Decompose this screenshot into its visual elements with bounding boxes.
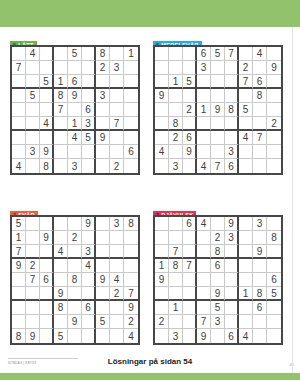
sudoku-cell: 6 — [211, 259, 225, 273]
sudoku-cell — [267, 145, 281, 159]
sudoku-cell: 3 — [82, 245, 96, 259]
sudoku-cell: 2 — [239, 61, 253, 75]
sudoku-cell — [12, 287, 26, 301]
sudoku-cell: 7 — [26, 273, 40, 287]
sudoku-cell: 7 — [12, 61, 26, 75]
sudoku-cell — [68, 245, 82, 259]
sudoku-cell: 2 — [211, 231, 225, 245]
sudoku-puzzle-svar: 7SVÅR 5938192743924768949278699528954 — [10, 203, 142, 221]
sudoku-cell: 9 — [211, 103, 225, 117]
sudoku-cell — [267, 245, 281, 259]
sudoku-cell: 6 — [253, 75, 267, 89]
sudoku-cell: 3 — [253, 217, 267, 231]
sudoku-cell: 4 — [239, 329, 253, 343]
sudoku-cell — [155, 159, 169, 173]
sudoku-cell — [239, 245, 253, 259]
sudoku-cell: 6 — [197, 47, 211, 61]
sudoku-cell — [82, 47, 96, 61]
sudoku-cell — [183, 61, 197, 75]
sudoku-cell: 5 — [211, 47, 225, 61]
sudoku-cell: 1 — [169, 75, 183, 89]
sudoku-cell: 6 — [253, 301, 267, 315]
sudoku-cell: 7 — [169, 245, 183, 259]
sudoku-cell: 8 — [253, 89, 267, 103]
sudoku-cell — [183, 47, 197, 61]
sudoku-cell — [239, 159, 253, 173]
sudoku-cell: 7 — [197, 315, 211, 329]
sudoku-cell — [169, 47, 183, 61]
sudoku-cell — [40, 131, 54, 145]
sudoku-cell — [40, 287, 54, 301]
sudoku-cell: 6 — [183, 217, 197, 231]
sudoku-cell — [124, 89, 138, 103]
sudoku-cell — [183, 117, 197, 131]
sudoku-cell — [253, 103, 267, 117]
sudoku-cell: 6 — [183, 131, 197, 145]
sudoku-cell — [68, 329, 82, 343]
sudoku-cell — [183, 329, 197, 343]
sudoku-cell — [124, 231, 138, 245]
sudoku-cell — [54, 315, 68, 329]
sudoku-cell — [26, 103, 40, 117]
sudoku-cell — [96, 301, 110, 315]
sudoku-cell: 9 — [253, 245, 267, 259]
sudoku-cell — [169, 61, 183, 75]
sudoku-cell — [124, 61, 138, 75]
sudoku-cell — [197, 75, 211, 89]
sudoku-cell — [267, 217, 281, 231]
magazine-sudoku-page: { "game": "sudoku", "position": { "latt"… — [0, 0, 300, 380]
sudoku-cell — [183, 231, 197, 245]
sudoku-cell — [197, 131, 211, 145]
sudoku-cell: 8 — [253, 287, 267, 301]
sudoku-cell — [169, 103, 183, 117]
sudoku-cell — [211, 61, 225, 75]
sudoku-cell: 4 — [253, 47, 267, 61]
sudoku-cell: 2 — [124, 315, 138, 329]
sudoku-cell — [225, 301, 239, 315]
sudoku-cell — [12, 75, 26, 89]
sudoku-cell — [12, 117, 26, 131]
sudoku-cell — [197, 231, 211, 245]
sudoku-cell — [183, 159, 197, 173]
sudoku-cell: 9 — [68, 315, 82, 329]
sudoku-cell: 5 — [82, 131, 96, 145]
sudoku-cell — [110, 89, 124, 103]
sudoku-cell: 2 — [155, 315, 169, 329]
sudoku-cell — [12, 103, 26, 117]
top-color-band — [0, 0, 300, 27]
sudoku-cell — [12, 89, 26, 103]
sudoku-cell — [267, 131, 281, 145]
sudoku-cell — [82, 89, 96, 103]
sudoku-cell — [40, 89, 54, 103]
sudoku-cell: 2 — [26, 259, 40, 273]
sudoku-cell: 9 — [155, 89, 169, 103]
sudoku-cell: 5 — [239, 103, 253, 117]
sudoku-cell — [110, 231, 124, 245]
sudoku-cell — [267, 301, 281, 315]
sudoku-cell — [12, 301, 26, 315]
sudoku-cell — [225, 315, 239, 329]
sudoku-cell: 9 — [183, 145, 197, 159]
sudoku-cell — [225, 245, 239, 259]
sudoku-cell: 8 — [54, 301, 68, 315]
sudoku-cell — [155, 217, 169, 231]
sudoku-cell — [82, 287, 96, 301]
sudoku-cell: 9 — [155, 273, 169, 287]
sudoku-cell — [40, 103, 54, 117]
sudoku-cell: 3 — [110, 61, 124, 75]
sudoku-cell — [155, 231, 169, 245]
sudoku-cell — [40, 329, 54, 343]
sudoku-cell: 7 — [239, 75, 253, 89]
sudoku-cell: 8 — [96, 47, 110, 61]
sudoku-cell — [225, 117, 239, 131]
sudoku-cell: 5 — [211, 301, 225, 315]
sudoku-cell: 6 — [82, 301, 96, 315]
sudoku-cell: 5 — [183, 75, 197, 89]
sudoku-cell — [225, 131, 239, 145]
sudoku-cell: 3 — [82, 117, 96, 131]
sudoku-cell — [40, 301, 54, 315]
sudoku-cell — [82, 61, 96, 75]
sudoku-cell: 4 — [40, 117, 54, 131]
sudoku-cell — [124, 273, 138, 287]
sudoku-cell: 4 — [197, 217, 211, 231]
sudoku-cell — [197, 117, 211, 131]
sudoku-cell — [211, 145, 225, 159]
sudoku-cell — [197, 145, 211, 159]
sudoku-cell — [12, 315, 26, 329]
sudoku-cell — [110, 103, 124, 117]
sudoku-cell — [197, 259, 211, 273]
sudoku-cell — [54, 131, 68, 145]
sudoku-cell — [26, 315, 40, 329]
sudoku-cell: 4 — [26, 47, 40, 61]
sudoku-cell — [253, 117, 267, 131]
sudoku-cell: 2 — [110, 287, 124, 301]
sudoku-cell — [253, 329, 267, 343]
sudoku-cell: 5 — [96, 315, 110, 329]
sudoku-cell — [12, 145, 26, 159]
sudoku-cell — [96, 217, 110, 231]
sudoku-cell — [82, 159, 96, 173]
sudoku-cell — [110, 329, 124, 343]
sudoku-cell — [110, 259, 124, 273]
sudoku-cell: 1 — [124, 47, 138, 61]
sudoku-cell: 6 — [225, 329, 239, 343]
sudoku-cell — [26, 117, 40, 131]
page-edge-line — [292, 27, 293, 374]
sudoku-cell — [54, 47, 68, 61]
sudoku-cell — [96, 329, 110, 343]
sudoku-cell: 4 — [239, 131, 253, 145]
sudoku-cell: 8 — [40, 159, 54, 173]
sudoku-cell — [155, 301, 169, 315]
sudoku-cell — [26, 75, 40, 89]
sudoku-cell — [54, 273, 68, 287]
sudoku-grid-latt: 458172351658937641374593964832 — [10, 45, 140, 175]
sudoku-cell: 8 — [225, 103, 239, 117]
sudoku-cell: 5 — [12, 217, 26, 231]
sudoku-cell: 5 — [26, 89, 40, 103]
sudoku-cell — [110, 315, 124, 329]
sudoku-cell — [267, 159, 281, 173]
sudoku-cell: 9 — [225, 217, 239, 231]
sudoku-cell — [169, 231, 183, 245]
sudoku-cell: 3 — [96, 89, 110, 103]
sudoku-cell — [239, 89, 253, 103]
sudoku-cell — [155, 117, 169, 131]
sudoku-cell — [253, 315, 267, 329]
sudoku-cell — [183, 245, 197, 259]
sudoku-cell — [96, 117, 110, 131]
sudoku-cell: 4 — [12, 159, 26, 173]
sudoku-cell: 7 — [183, 259, 197, 273]
sudoku-cell — [26, 301, 40, 315]
sudoku-cell: 2 — [183, 103, 197, 117]
sudoku-cell: 4 — [110, 273, 124, 287]
sudoku-cell — [225, 61, 239, 75]
sudoku-cell: 8 — [12, 329, 26, 343]
sudoku-cell — [225, 287, 239, 301]
sudoku-cell — [253, 145, 267, 159]
sudoku-cell: 9 — [26, 329, 40, 343]
sudoku-cell — [253, 259, 267, 273]
sudoku-cell — [26, 231, 40, 245]
sudoku-cell: 9 — [68, 89, 82, 103]
sudoku-cell — [211, 75, 225, 89]
sudoku-cell — [110, 131, 124, 145]
sudoku-cell: 8 — [54, 89, 68, 103]
sudoku-cell — [155, 103, 169, 117]
sudoku-cell — [110, 301, 124, 315]
sudoku-cell — [239, 259, 253, 273]
sudoku-cell — [169, 217, 183, 231]
sudoku-cell: 5 — [68, 47, 82, 61]
sudoku-cell — [96, 259, 110, 273]
sudoku-cell: 4 — [54, 245, 68, 259]
sudoku-cell — [267, 47, 281, 61]
sudoku-cell: 7 — [54, 103, 68, 117]
sudoku-cell — [155, 329, 169, 343]
sudoku-cell — [239, 231, 253, 245]
sudoku-cell: 8 — [169, 259, 183, 273]
sudoku-cell: 6 — [267, 273, 281, 287]
sudoku-cell — [183, 301, 197, 315]
sudoku-cell — [239, 273, 253, 287]
sudoku-cell — [54, 231, 68, 245]
sudoku-grid-svar: 5938192743924768949278699528954 — [10, 215, 140, 345]
sudoku-cell — [253, 231, 267, 245]
sudoku-cell — [110, 75, 124, 89]
sudoku-cell — [96, 159, 110, 173]
sudoku-cell — [197, 245, 211, 259]
sudoku-cell — [155, 245, 169, 259]
sudoku-cell: 4 — [68, 131, 82, 145]
sudoku-cell — [211, 131, 225, 145]
sudoku-cell: 9 — [40, 145, 54, 159]
sudoku-cell — [54, 117, 68, 131]
sudoku-cell — [110, 245, 124, 259]
sudoku-cell — [155, 131, 169, 145]
sudoku-cell — [239, 301, 253, 315]
sudoku-cell: 8 — [124, 217, 138, 231]
sudoku-cell: 7 — [253, 131, 267, 145]
sudoku-cell — [68, 61, 82, 75]
sudoku-cell — [267, 315, 281, 329]
sudoku-cell: 3 — [110, 217, 124, 231]
sudoku-cell — [155, 75, 169, 89]
sudoku-cell — [267, 259, 281, 273]
sudoku-cell: 1 — [68, 117, 82, 131]
sudoku-cell: 5 — [267, 287, 281, 301]
sudoku-cell — [124, 131, 138, 145]
sudoku-cell: 3 — [26, 145, 40, 159]
sudoku-cell — [82, 75, 96, 89]
sudoku-cell: 3 — [169, 329, 183, 343]
sudoku-cell: 8 — [211, 245, 225, 259]
sudoku-cell — [183, 287, 197, 301]
sudoku-cell: 1 — [239, 287, 253, 301]
sudoku-cell — [155, 61, 169, 75]
sudoku-cell — [68, 259, 82, 273]
sudoku-cell — [124, 159, 138, 173]
sudoku-cell — [197, 89, 211, 103]
sudoku-puzzle-djavulsk: 8DJÄVULSK 649323878918769691851562733964 — [153, 203, 285, 221]
sudoku-cell — [169, 273, 183, 287]
sudoku-cell — [40, 61, 54, 75]
solutions-reference: Lösningar på sidan 54 — [0, 357, 300, 366]
sudoku-cell — [124, 103, 138, 117]
sudoku-cell — [40, 47, 54, 61]
sudoku-cell: 1 — [54, 75, 68, 89]
sudoku-cell — [183, 315, 197, 329]
sudoku-cell — [225, 89, 239, 103]
sudoku-cell — [225, 75, 239, 89]
sudoku-cell — [239, 47, 253, 61]
sudoku-cell: 8 — [68, 273, 82, 287]
sudoku-cell: 3 — [225, 145, 239, 159]
sudoku-cell — [239, 217, 253, 231]
sudoku-cell — [267, 329, 281, 343]
bottom-color-band — [0, 373, 300, 380]
sudoku-cell — [110, 145, 124, 159]
sudoku-cell: 7 — [225, 47, 239, 61]
sudoku-cell — [197, 273, 211, 287]
sudoku-cell: 6 — [82, 103, 96, 117]
sudoku-cell — [54, 61, 68, 75]
sudoku-cell — [197, 287, 211, 301]
sudoku-cell: 2 — [96, 61, 110, 75]
sudoku-cell: 6 — [124, 145, 138, 159]
sudoku-cell: 9 — [96, 273, 110, 287]
sudoku-cell — [169, 287, 183, 301]
sudoku-cell: 3 — [68, 159, 82, 173]
sudoku-cell — [124, 75, 138, 89]
sudoku-cell — [96, 287, 110, 301]
sudoku-cell: 3 — [211, 315, 225, 329]
sudoku-cell — [12, 131, 26, 145]
sudoku-cell — [26, 287, 40, 301]
sudoku-cell: 9 — [96, 131, 110, 145]
sudoku-cell: 9 — [40, 231, 54, 245]
sudoku-cell — [253, 273, 267, 287]
sudoku-grid-medelsvar: 6574329157698219858226474933476 — [153, 45, 283, 175]
sudoku-cell — [225, 259, 239, 273]
sudoku-cell — [124, 117, 138, 131]
sudoku-cell: 7 — [12, 245, 26, 259]
sudoku-cell: 3 — [197, 61, 211, 75]
sudoku-cell — [197, 301, 211, 315]
sudoku-cell — [40, 259, 54, 273]
sudoku-cell — [110, 47, 124, 61]
sudoku-cell — [96, 75, 110, 89]
sudoku-cell — [26, 217, 40, 231]
sudoku-cell — [40, 315, 54, 329]
sudoku-puzzle-medelsvar: 6MEDELSVÅR 65743291576982198582264749334… — [153, 33, 285, 51]
sudoku-cell — [54, 145, 68, 159]
sudoku-cell — [183, 89, 197, 103]
sudoku-cell — [54, 159, 68, 173]
sudoku-cell — [96, 245, 110, 259]
sudoku-cell: 4 — [82, 259, 96, 273]
sudoku-cell — [169, 89, 183, 103]
sudoku-cell — [267, 103, 281, 117]
sudoku-cell: 5 — [54, 329, 68, 343]
sudoku-cell — [169, 145, 183, 159]
sudoku-cell: 1 — [155, 259, 169, 273]
sudoku-cell: 8 — [169, 117, 183, 131]
sudoku-cell: 9 — [197, 329, 211, 343]
sudoku-cell — [54, 217, 68, 231]
sudoku-cell: 3 — [169, 159, 183, 173]
sudoku-cell — [54, 259, 68, 273]
sudoku-cell: 9 — [12, 259, 26, 273]
sudoku-cell — [96, 231, 110, 245]
sudoku-cell — [183, 273, 197, 287]
sudoku-cell — [124, 259, 138, 273]
sudoku-cell — [253, 61, 267, 75]
sudoku-cell — [96, 103, 110, 117]
sudoku-cell — [239, 315, 253, 329]
sudoku-cell: 4 — [155, 145, 169, 159]
sudoku-cell — [82, 329, 96, 343]
sudoku-cell: 8 — [267, 231, 281, 245]
sudoku-cell — [40, 217, 54, 231]
sudoku-cell — [169, 315, 183, 329]
sudoku-cell — [267, 75, 281, 89]
sudoku-cell: 4 — [124, 329, 138, 343]
sudoku-cell: 2 — [169, 131, 183, 145]
sudoku-cell — [26, 245, 40, 259]
sudoku-cell: 9 — [54, 287, 68, 301]
sudoku-cell — [124, 245, 138, 259]
sudoku-cell — [267, 89, 281, 103]
sudoku-cell — [239, 117, 253, 131]
sudoku-cell: 3 — [225, 231, 239, 245]
sudoku-cell — [225, 273, 239, 287]
sudoku-cell — [68, 103, 82, 117]
sudoku-cell — [211, 273, 225, 287]
sudoku-cell: 2 — [267, 117, 281, 131]
sudoku-puzzle-latt: 5LÄTT 458172351658937641374593964832 — [10, 33, 142, 51]
sudoku-cell: 1 — [169, 301, 183, 315]
sudoku-cell — [12, 273, 26, 287]
sudoku-cell — [12, 47, 26, 61]
sudoku-cell: 2 — [68, 231, 82, 245]
